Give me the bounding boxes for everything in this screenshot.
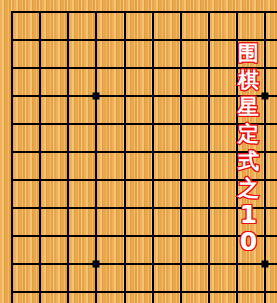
star-point [93, 93, 100, 100]
star-point [262, 261, 269, 268]
star-point [262, 93, 269, 100]
star-point [93, 261, 100, 268]
board-grid[interactable] [11, 11, 277, 303]
go-board-screenshot: 围棋星定式之10 [0, 0, 277, 303]
